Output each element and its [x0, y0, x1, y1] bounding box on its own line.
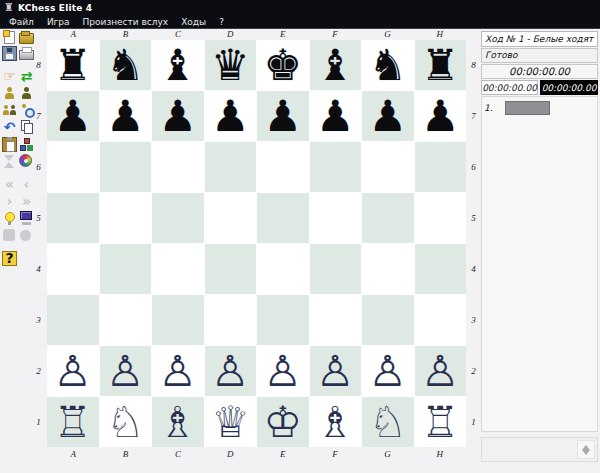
- save-icon[interactable]: [2, 46, 17, 61]
- paste-icon[interactable]: [2, 137, 17, 152]
- move-row: 1.: [482, 97, 597, 115]
- toolbar: ☞⇄↶«‹›»?: [1, 31, 35, 268]
- square-h1[interactable]: ♖: [415, 397, 467, 447]
- move-number: 1.: [484, 103, 493, 113]
- square-b2[interactable]: ♙: [100, 346, 152, 396]
- hourglass-icon: [2, 154, 17, 169]
- palette-icon[interactable]: [19, 154, 32, 167]
- chess-board: ♜♞♝♛♚♝♞♜♟♟♟♟♟♟♟♟♙♙♙♙♙♙♙♙♖♘♗♕♔♗♘♖: [47, 40, 466, 447]
- square-f2[interactable]: ♙: [310, 346, 362, 396]
- rank-label-1: 1: [33, 396, 44, 447]
- square-e8[interactable]: ♚: [257, 40, 309, 90]
- black-pawn: ♟: [263, 92, 302, 140]
- nav-first-icon: «: [2, 177, 17, 192]
- file-label-f: F: [309, 29, 361, 39]
- rank-label-7: 7: [468, 91, 479, 142]
- square-g5[interactable]: [362, 193, 414, 243]
- white-pawn: ♙: [106, 347, 145, 395]
- square-b7[interactable]: ♟: [100, 91, 152, 141]
- square-c3[interactable]: [152, 295, 204, 345]
- black-pawn: ♟: [53, 92, 92, 140]
- file-label-a: A: [47, 29, 99, 39]
- file-label-g: G: [361, 449, 413, 459]
- square-f7[interactable]: ♟: [310, 91, 362, 141]
- black-clock: 00:00:00.00: [540, 80, 598, 95]
- square-h5[interactable]: [415, 193, 467, 243]
- black-pawn: ♟: [211, 92, 250, 140]
- square-h7[interactable]: ♟: [415, 91, 467, 141]
- open-file-icon[interactable]: [19, 33, 34, 44]
- black-bishop: ♝: [316, 41, 355, 89]
- black-pawn: ♟: [316, 92, 355, 140]
- rank-label-3: 3: [468, 294, 479, 345]
- square-a7[interactable]: ♟: [47, 91, 99, 141]
- black-rook: ♜: [421, 41, 460, 89]
- print-icon[interactable]: [19, 50, 34, 60]
- menu-file[interactable]: Файл: [9, 17, 34, 27]
- menu-moves[interactable]: Ходы: [181, 17, 206, 27]
- white-king: ♔: [263, 398, 302, 446]
- rank-label-5: 5: [33, 193, 44, 244]
- square-a1[interactable]: ♖: [47, 397, 99, 447]
- record-icon: [20, 230, 31, 241]
- square-d6[interactable]: [205, 142, 257, 192]
- square-f5[interactable]: [310, 193, 362, 243]
- file-label-d: D: [204, 449, 256, 459]
- black-knight: ♞: [368, 41, 407, 89]
- rank-label-2: 2: [468, 345, 479, 396]
- black-queen: ♛: [211, 41, 250, 89]
- square-e2[interactable]: ♙: [257, 346, 309, 396]
- square-h2[interactable]: ♙: [415, 346, 467, 396]
- white-knight: ♘: [368, 398, 407, 446]
- menu-bar: ФайлИграПроизнести вслухХоды?: [0, 15, 600, 29]
- player-black-icon[interactable]: [19, 86, 34, 101]
- square-g4[interactable]: [362, 244, 414, 294]
- square-a4[interactable]: [47, 244, 99, 294]
- rank-label-7: 7: [33, 91, 44, 142]
- scroll-down-button[interactable]: [582, 450, 590, 459]
- rank-label-8: 8: [33, 40, 44, 91]
- title-bar: ♜ KChess Elite 4: [0, 0, 600, 15]
- menu-speak[interactable]: Произнести вслух: [83, 17, 169, 27]
- square-c4[interactable]: [152, 244, 204, 294]
- move-spinner: [577, 440, 595, 459]
- undo-icon[interactable]: ↶: [2, 120, 17, 135]
- help-icon[interactable]: ?: [2, 251, 17, 266]
- file-label-h: H: [414, 29, 466, 39]
- menu-help[interactable]: ?: [219, 17, 224, 27]
- square-g1[interactable]: ♘: [362, 397, 414, 447]
- square-e6[interactable]: [257, 142, 309, 192]
- file-label-f: F: [309, 449, 361, 459]
- rank-label-8: 8: [468, 40, 479, 91]
- square-a8[interactable]: ♜: [47, 40, 99, 90]
- square-h8[interactable]: ♜: [415, 40, 467, 90]
- square-a2[interactable]: ♙: [47, 346, 99, 396]
- hint-bulb-icon[interactable]: [2, 211, 17, 226]
- square-c8[interactable]: ♝: [152, 40, 204, 90]
- square-e4[interactable]: [257, 244, 309, 294]
- square-a5[interactable]: [47, 193, 99, 243]
- file-label-h: H: [414, 449, 466, 459]
- rank-label-3: 3: [33, 294, 44, 345]
- white-bishop: ♗: [316, 398, 355, 446]
- hand-move-icon[interactable]: ☞: [2, 69, 17, 84]
- white-pawn: ♙: [316, 347, 355, 395]
- square-f1[interactable]: ♗: [310, 397, 362, 447]
- file-label-c: C: [152, 29, 204, 39]
- square-d4[interactable]: [205, 244, 257, 294]
- rank-label-2: 2: [33, 345, 44, 396]
- rank-labels-left: 87654321: [33, 40, 44, 447]
- move-nav-strip: [481, 437, 598, 462]
- square-e7[interactable]: ♟: [257, 91, 309, 141]
- white-rook: ♖: [53, 398, 92, 446]
- square-e1[interactable]: ♔: [257, 397, 309, 447]
- two-players-icon[interactable]: [2, 103, 17, 118]
- square-g2[interactable]: ♙: [362, 346, 414, 396]
- white-queen: ♕: [211, 398, 250, 446]
- move-list[interactable]: 1.: [481, 96, 598, 432]
- white-clock: 00:00:00.00: [481, 80, 538, 95]
- black-king: ♚: [263, 41, 302, 89]
- player-white-icon[interactable]: [2, 86, 17, 101]
- square-a3[interactable]: [47, 295, 99, 345]
- square-e5[interactable]: [257, 193, 309, 243]
- square-f8[interactable]: ♝: [310, 40, 362, 90]
- rank-label-6: 6: [33, 142, 44, 193]
- nav-prev-icon: ‹: [19, 177, 34, 192]
- rank-labels-right: 87654321: [468, 40, 479, 447]
- file-labels-top: ABCDEFGH: [47, 29, 466, 39]
- square-b8[interactable]: ♞: [100, 40, 152, 90]
- square-f4[interactable]: [310, 244, 362, 294]
- square-b5[interactable]: [100, 193, 152, 243]
- square-d2[interactable]: ♙: [205, 346, 257, 396]
- menu-game[interactable]: Игра: [47, 17, 70, 27]
- square-h4[interactable]: [415, 244, 467, 294]
- square-g3[interactable]: [362, 295, 414, 345]
- square-c7[interactable]: ♟: [152, 91, 204, 141]
- current-move-cell[interactable]: [505, 101, 550, 115]
- new-file-icon[interactable]: [4, 31, 15, 44]
- square-d3[interactable]: [205, 295, 257, 345]
- square-g6[interactable]: [362, 142, 414, 192]
- file-label-a: A: [47, 449, 99, 459]
- file-label-e: E: [257, 29, 309, 39]
- square-d7[interactable]: ♟: [205, 91, 257, 141]
- black-knight: ♞: [106, 41, 145, 89]
- square-c6[interactable]: [152, 142, 204, 192]
- file-label-e: E: [257, 449, 309, 459]
- white-pawn: ♙: [158, 347, 197, 395]
- square-c5[interactable]: [152, 193, 204, 243]
- rank-label-4: 4: [33, 244, 44, 295]
- rank-label-1: 1: [468, 396, 479, 447]
- rank-label-4: 4: [468, 244, 479, 295]
- white-pawn: ♙: [421, 347, 460, 395]
- rook-icon: ♜: [4, 2, 14, 13]
- computer-play-icon[interactable]: [19, 211, 34, 226]
- square-f3[interactable]: [310, 295, 362, 345]
- square-c2[interactable]: ♙: [152, 346, 204, 396]
- square-b6[interactable]: [100, 142, 152, 192]
- game-tree-icon[interactable]: [19, 137, 34, 152]
- square-f6[interactable]: [310, 142, 362, 192]
- file-label-g: G: [361, 29, 413, 39]
- file-label-d: D: [204, 29, 256, 39]
- file-label-c: C: [152, 449, 204, 459]
- window-title: KChess Elite 4: [18, 3, 92, 13]
- engine-status: Готово: [481, 48, 598, 63]
- scroll-up-button[interactable]: [582, 441, 590, 450]
- white-bishop: ♗: [158, 398, 197, 446]
- black-bishop: ♝: [158, 41, 197, 89]
- white-rook: ♖: [421, 398, 460, 446]
- swap-sides-icon[interactable]: ⇄: [19, 69, 34, 84]
- nav-last-icon: »: [19, 194, 34, 209]
- square-d8[interactable]: ♛: [205, 40, 257, 90]
- black-pawn: ♟: [106, 92, 145, 140]
- square-b3[interactable]: [100, 295, 152, 345]
- black-pawn: ♟: [421, 92, 460, 140]
- square-d5[interactable]: [205, 193, 257, 243]
- black-pawn: ♟: [368, 92, 407, 140]
- white-knight: ♘: [106, 398, 145, 446]
- stop-icon: [3, 229, 15, 241]
- total-clock: 00:00:00.00: [481, 64, 598, 79]
- black-pawn: ♟: [158, 92, 197, 140]
- rank-label-6: 6: [468, 142, 479, 193]
- square-c1[interactable]: ♗: [152, 397, 204, 447]
- square-b1[interactable]: ♘: [100, 397, 152, 447]
- square-e3[interactable]: [257, 295, 309, 345]
- nav-next-icon: ›: [2, 194, 17, 209]
- rank-label-5: 5: [468, 193, 479, 244]
- white-pawn: ♙: [53, 347, 92, 395]
- kchess-window: ♜ KChess Elite 4 ФайлИграПроизнести вслу…: [0, 0, 600, 473]
- square-h3[interactable]: [415, 295, 467, 345]
- find-player-icon[interactable]: [19, 103, 34, 118]
- white-pawn: ♙: [368, 347, 407, 395]
- copy-icon[interactable]: [19, 120, 34, 135]
- square-d1[interactable]: ♕: [205, 397, 257, 447]
- square-a6[interactable]: [47, 142, 99, 192]
- file-label-b: B: [99, 449, 151, 459]
- square-b4[interactable]: [100, 244, 152, 294]
- file-label-b: B: [99, 29, 151, 39]
- file-labels-bottom: ABCDEFGH: [47, 449, 466, 459]
- white-pawn: ♙: [211, 347, 250, 395]
- black-rook: ♜: [53, 41, 92, 89]
- move-status: Ход № 1 - Белые ходят: [481, 31, 598, 47]
- white-pawn: ♙: [263, 347, 302, 395]
- square-h6[interactable]: [415, 142, 467, 192]
- square-g8[interactable]: ♞: [362, 40, 414, 90]
- square-g7[interactable]: ♟: [362, 91, 414, 141]
